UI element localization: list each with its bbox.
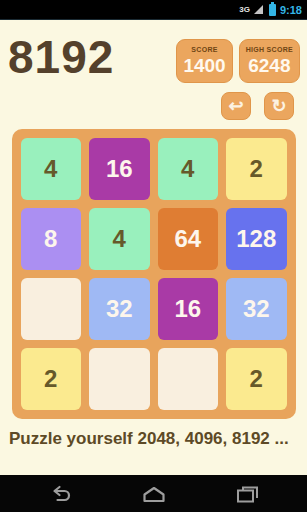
tile-128: 128 — [226, 208, 287, 270]
score-value: 1400 — [183, 55, 225, 77]
empty-cell — [158, 348, 219, 410]
high-score-label: HIGH SCORE — [246, 46, 293, 53]
tile-16: 16 — [158, 278, 219, 340]
nav-home-button[interactable] — [107, 484, 200, 504]
home-icon — [140, 484, 168, 504]
score-panel: SCORE 1400 HIGH SCORE 6248 — [176, 39, 300, 83]
undo-button[interactable]: ↩ — [221, 92, 251, 120]
refresh-button[interactable]: ↻ — [264, 92, 294, 120]
tile-2: 2 — [21, 348, 82, 410]
recent-apps-icon — [234, 484, 260, 504]
status-clock: 9:18 — [280, 4, 302, 16]
tile-64: 64 — [158, 208, 219, 270]
android-nav-bar — [0, 475, 307, 512]
network-type-label: 3G — [239, 6, 250, 14]
score-label: SCORE — [183, 46, 225, 53]
undo-icon: ↩ — [228, 97, 243, 115]
tile-32: 32 — [89, 278, 150, 340]
phone-screen: 3G 9:18 8192 SCORE 1400 HIGH SCORE 6248 … — [0, 0, 307, 512]
signal-strength-icon — [254, 5, 263, 14]
high-score-badge: HIGH SCORE 6248 — [239, 39, 300, 83]
tile-32: 32 — [226, 278, 287, 340]
tile-4: 4 — [158, 138, 219, 200]
tile-4: 4 — [89, 208, 150, 270]
tile-2: 2 — [226, 348, 287, 410]
score-badge: SCORE 1400 — [176, 39, 232, 83]
back-arrow-icon — [48, 484, 74, 504]
empty-cell — [21, 278, 82, 340]
game-board[interactable]: 41642846412832163222 — [12, 129, 296, 419]
battery-icon — [269, 4, 276, 16]
tile-16: 16 — [89, 138, 150, 200]
app-title: 8192 — [8, 34, 114, 80]
tagline-text: Puzzle yourself 2048, 4096, 8192 ... — [9, 429, 307, 449]
nav-recents-button[interactable] — [200, 484, 293, 504]
tile-2: 2 — [226, 138, 287, 200]
control-buttons: ↩ ↻ — [0, 92, 307, 120]
tile-4: 4 — [21, 138, 82, 200]
nav-back-button[interactable] — [14, 484, 107, 504]
empty-cell — [89, 348, 150, 410]
tile-8: 8 — [21, 208, 82, 270]
status-bar: 3G 9:18 — [0, 0, 307, 20]
header: 8192 SCORE 1400 HIGH SCORE 6248 — [0, 20, 307, 83]
high-score-value: 6248 — [246, 55, 293, 77]
refresh-icon: ↻ — [271, 97, 286, 115]
